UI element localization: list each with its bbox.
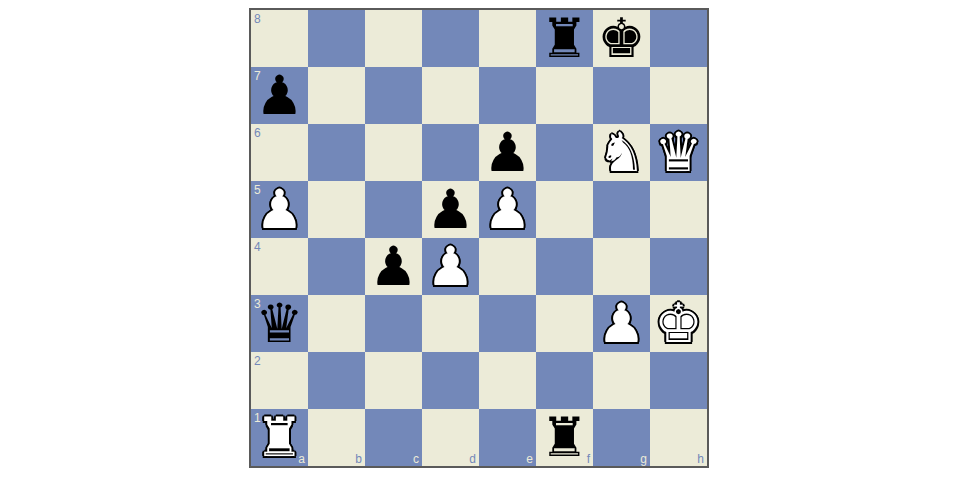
square-a1[interactable]: 1a♜ (251, 409, 308, 466)
square-g7[interactable] (593, 67, 650, 124)
piece-white-pawn[interactable]: ♟ (483, 183, 531, 237)
square-b2[interactable] (308, 352, 365, 409)
square-a2[interactable]: 2 (251, 352, 308, 409)
square-d1[interactable]: d (422, 409, 479, 466)
square-c1[interactable]: c (365, 409, 422, 466)
piece-white-rook[interactable]: ♜ (255, 411, 303, 465)
square-e8[interactable] (479, 10, 536, 67)
square-h6[interactable]: ♛ (650, 124, 707, 181)
square-c4[interactable]: ♟ (365, 238, 422, 295)
piece-black-pawn[interactable]: ♟ (483, 126, 531, 180)
square-h3[interactable]: ♚ (650, 295, 707, 352)
square-a7[interactable]: 7♟ (251, 67, 308, 124)
square-d7[interactable] (422, 67, 479, 124)
square-f8[interactable]: ♜ (536, 10, 593, 67)
square-f6[interactable] (536, 124, 593, 181)
square-b5[interactable] (308, 181, 365, 238)
square-h7[interactable] (650, 67, 707, 124)
piece-black-pawn[interactable]: ♟ (426, 183, 474, 237)
square-g8[interactable]: ♚ (593, 10, 650, 67)
square-g2[interactable] (593, 352, 650, 409)
square-b4[interactable] (308, 238, 365, 295)
square-d5[interactable]: ♟ (422, 181, 479, 238)
square-f4[interactable] (536, 238, 593, 295)
square-e1[interactable]: e (479, 409, 536, 466)
square-f3[interactable] (536, 295, 593, 352)
square-d6[interactable] (422, 124, 479, 181)
rank-label-2: 2 (254, 355, 261, 367)
square-d2[interactable] (422, 352, 479, 409)
file-label-e: e (526, 453, 533, 465)
rank-label-8: 8 (254, 13, 261, 25)
square-f7[interactable] (536, 67, 593, 124)
page: 8♜♚7♟6♟♞♛5♟♟♟4♟♟3♛♟♚21a♜bcdef♜gh (0, 0, 960, 480)
square-f2[interactable] (536, 352, 593, 409)
square-e6[interactable]: ♟ (479, 124, 536, 181)
square-f1[interactable]: f♜ (536, 409, 593, 466)
file-label-g: g (640, 453, 647, 465)
square-c5[interactable] (365, 181, 422, 238)
square-d8[interactable] (422, 10, 479, 67)
square-e7[interactable] (479, 67, 536, 124)
square-e5[interactable]: ♟ (479, 181, 536, 238)
square-b3[interactable] (308, 295, 365, 352)
square-h4[interactable] (650, 238, 707, 295)
square-c2[interactable] (365, 352, 422, 409)
square-b1[interactable]: b (308, 409, 365, 466)
square-h8[interactable] (650, 10, 707, 67)
piece-white-pawn[interactable]: ♟ (597, 297, 645, 351)
square-a8[interactable]: 8 (251, 10, 308, 67)
file-label-c: c (413, 453, 419, 465)
piece-black-rook[interactable]: ♜ (540, 12, 588, 66)
piece-black-rook[interactable]: ♜ (540, 411, 588, 465)
square-c8[interactable] (365, 10, 422, 67)
square-e3[interactable] (479, 295, 536, 352)
square-a5[interactable]: 5♟ (251, 181, 308, 238)
file-label-b: b (355, 453, 362, 465)
chess-board: 8♜♚7♟6♟♞♛5♟♟♟4♟♟3♛♟♚21a♜bcdef♜gh (249, 8, 709, 468)
square-e2[interactable] (479, 352, 536, 409)
file-label-d: d (469, 453, 476, 465)
square-g4[interactable] (593, 238, 650, 295)
piece-black-pawn[interactable]: ♟ (369, 240, 417, 294)
square-g6[interactable]: ♞ (593, 124, 650, 181)
square-h2[interactable] (650, 352, 707, 409)
piece-black-queen[interactable]: ♛ (255, 297, 303, 351)
square-g5[interactable] (593, 181, 650, 238)
piece-white-king[interactable]: ♚ (654, 297, 702, 351)
square-d3[interactable] (422, 295, 479, 352)
square-b8[interactable] (308, 10, 365, 67)
rank-label-6: 6 (254, 127, 261, 139)
square-e4[interactable] (479, 238, 536, 295)
square-c7[interactable] (365, 67, 422, 124)
square-d4[interactable]: ♟ (422, 238, 479, 295)
square-a6[interactable]: 6 (251, 124, 308, 181)
square-b7[interactable] (308, 67, 365, 124)
square-a3[interactable]: 3♛ (251, 295, 308, 352)
rank-label-4: 4 (254, 241, 261, 253)
piece-black-king[interactable]: ♚ (597, 12, 645, 66)
piece-black-pawn[interactable]: ♟ (255, 69, 303, 123)
piece-white-knight[interactable]: ♞ (597, 126, 645, 180)
square-h5[interactable] (650, 181, 707, 238)
square-c3[interactable] (365, 295, 422, 352)
square-a4[interactable]: 4 (251, 238, 308, 295)
piece-white-pawn[interactable]: ♟ (426, 240, 474, 294)
square-b6[interactable] (308, 124, 365, 181)
piece-white-queen[interactable]: ♛ (654, 126, 702, 180)
square-f5[interactable] (536, 181, 593, 238)
square-g1[interactable]: g (593, 409, 650, 466)
file-label-h: h (697, 453, 704, 465)
square-g3[interactable]: ♟ (593, 295, 650, 352)
piece-white-pawn[interactable]: ♟ (255, 183, 303, 237)
square-h1[interactable]: h (650, 409, 707, 466)
square-c6[interactable] (365, 124, 422, 181)
